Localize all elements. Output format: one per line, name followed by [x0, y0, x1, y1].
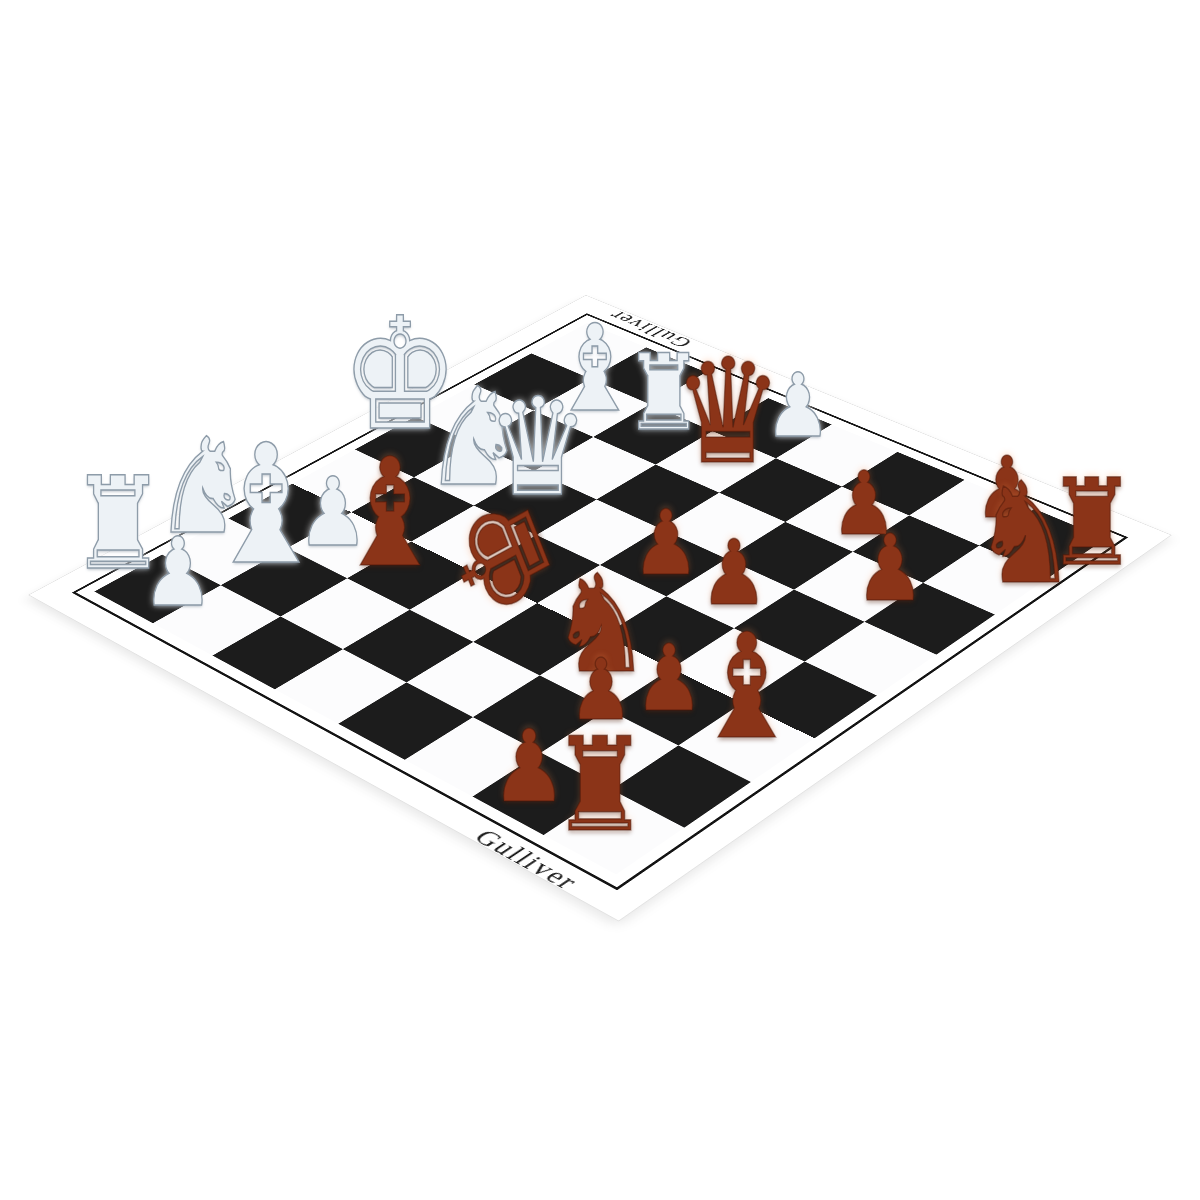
black-pawn-e6[interactable]: ♟: [700, 528, 769, 618]
black-bishop-c3[interactable]: ♝: [333, 438, 447, 588]
white-pawn-a2[interactable]: ♟: [142, 525, 214, 620]
scene: Gulliver Gulliver ♜♟♞♝♟♚♞♛♝♜♟♝♚♛♞♟♟♜♟♟♟♝…: [0, 0, 1200, 1200]
black-bishop-d7[interactable]: ♝: [692, 615, 803, 760]
black-pawn-f7[interactable]: ♟: [855, 522, 925, 614]
white-bishop-b2[interactable]: ♝: [203, 423, 329, 588]
black-queen-g4[interactable]: ♛: [673, 340, 784, 485]
black-rook-b7[interactable]: ♜: [550, 720, 649, 850]
black-knight-g8[interactable]: ♞: [972, 464, 1079, 604]
